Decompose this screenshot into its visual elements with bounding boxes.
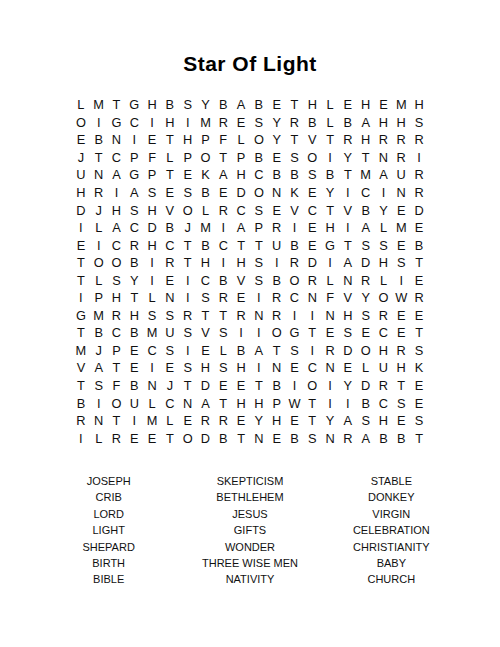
grid-cell: I (286, 377, 304, 395)
grid-cell: R (303, 271, 321, 289)
grid-cell: L (197, 201, 215, 219)
grid-cell: R (161, 254, 179, 272)
grid-cell: L (214, 342, 232, 360)
grid-cell: T (250, 377, 268, 395)
grid-cell: E (72, 236, 90, 254)
grid-cell: I (410, 149, 428, 167)
grid-cell: A (108, 166, 126, 184)
grid-cell: A (339, 412, 357, 430)
grid-cell: R (410, 184, 428, 202)
grid-cell: S (179, 324, 197, 342)
word-list-item: THREE WISE MEN (179, 555, 320, 571)
word-list-item: WONDER (179, 539, 320, 555)
grid-cell: L (72, 96, 90, 114)
grid-cell: R (72, 412, 90, 430)
word-list-item: CHRISTIANITY (321, 539, 462, 555)
word-list-item: BIBLE (38, 571, 179, 587)
grid-cell: T (410, 324, 428, 342)
grid-cell: E (410, 307, 428, 325)
grid-cell: I (339, 219, 357, 237)
grid-cell: A (197, 394, 215, 412)
grid-cell: T (108, 412, 126, 430)
grid-cell: M (392, 219, 410, 237)
word-list: JOSEPHCRIBLORDLIGHTSHEPARDBIRTHBIBLESKEP… (38, 473, 462, 588)
grid-cell: T (214, 307, 232, 325)
grid-cell: T (410, 429, 428, 447)
grid-cell: E (303, 219, 321, 237)
grid-cell: L (321, 271, 339, 289)
grid-cell: E (232, 377, 250, 395)
grid-cell: E (286, 359, 304, 377)
grid-cell: I (286, 219, 304, 237)
grid-cell: O (90, 254, 108, 272)
grid-cell: T (286, 96, 304, 114)
grid-cell: S (214, 359, 232, 377)
grid-cell: S (179, 96, 197, 114)
grid-cell: T (321, 201, 339, 219)
grid-cell: I (125, 412, 143, 430)
grid-cell: T (286, 131, 304, 149)
grid-cell: G (125, 166, 143, 184)
grid-cell: R (268, 307, 286, 325)
grid-cell: T (410, 254, 428, 272)
grid-cell: D (197, 429, 215, 447)
grid-cell: I (321, 377, 339, 395)
grid-cell: B (72, 394, 90, 412)
grid-cell: H (108, 289, 126, 307)
grid-cell: O (250, 184, 268, 202)
word-search-page: Star Of Light LMTGHBSYBABETHLEHEMHOIGCIH… (0, 0, 500, 647)
grid-cell: C (375, 324, 393, 342)
grid-cell: S (197, 289, 215, 307)
grid-cell: P (232, 149, 250, 167)
grid-cell: I (90, 394, 108, 412)
grid-cell: E (161, 359, 179, 377)
word-list-column: JOSEPHCRIBLORDLIGHTSHEPARDBIRTHBIBLE (38, 473, 179, 588)
grid-cell: G (108, 114, 126, 132)
grid-cell: F (214, 131, 232, 149)
grid-cell: N (321, 307, 339, 325)
grid-cell: A (125, 184, 143, 202)
grid-cell: E (125, 359, 143, 377)
grid-cell: F (321, 289, 339, 307)
grid-cell: E (268, 201, 286, 219)
grid-cell: R (268, 289, 286, 307)
grid-cell: B (286, 166, 304, 184)
grid-cell: B (125, 377, 143, 395)
grid-cell: I (90, 236, 108, 254)
grid-cell: C (232, 201, 250, 219)
grid-cell: D (410, 201, 428, 219)
grid-cell: B (303, 114, 321, 132)
grid-cell: T (232, 429, 250, 447)
grid-cell: T (232, 236, 250, 254)
grid-cell: O (197, 149, 215, 167)
grid-cell: R (321, 342, 339, 360)
grid-cell: B (268, 166, 286, 184)
grid-cell: C (303, 359, 321, 377)
grid-cell: F (143, 149, 161, 167)
grid-cell: O (108, 254, 126, 272)
word-list-item: NATIVITY (179, 571, 320, 587)
grid-cell: B (321, 166, 339, 184)
grid-cell: T (108, 359, 126, 377)
grid-cell: R (108, 307, 126, 325)
grid-cell: H (375, 342, 393, 360)
grid-cell: R (339, 131, 357, 149)
grid-cell: E (125, 342, 143, 360)
grid-cell: L (161, 149, 179, 167)
grid-cell: D (303, 254, 321, 272)
grid-cell: T (161, 131, 179, 149)
grid-cell: L (90, 219, 108, 237)
grid-cell: I (179, 289, 197, 307)
grid-cell: L (161, 412, 179, 430)
grid-cell: O (250, 131, 268, 149)
grid-cell: S (250, 201, 268, 219)
grid-cell: T (179, 377, 197, 395)
grid-cell: Y (321, 184, 339, 202)
grid-cell: N (321, 359, 339, 377)
grid-cell: S (214, 324, 232, 342)
grid-cell: S (410, 114, 428, 132)
grid-cell: R (214, 114, 232, 132)
grid-cell: R (410, 131, 428, 149)
grid-cell: R (90, 184, 108, 202)
grid-cell: B (125, 324, 143, 342)
grid-cell: R (214, 289, 232, 307)
grid-cell: H (143, 201, 161, 219)
grid-cell: A (250, 342, 268, 360)
grid-cell: E (392, 412, 410, 430)
grid-cell: E (232, 412, 250, 430)
grid-cell: T (72, 271, 90, 289)
grid-cell: E (392, 236, 410, 254)
grid-cell: N (161, 289, 179, 307)
grid-cell: R (375, 377, 393, 395)
grid-cell: H (232, 166, 250, 184)
word-list-item: CRIB (38, 489, 179, 505)
grid-cell: R (286, 114, 304, 132)
grid-cell: T (250, 236, 268, 254)
grid-cell: I (72, 219, 90, 237)
grid-cell: M (197, 114, 215, 132)
grid-cell: C (197, 271, 215, 289)
word-list-column: STABLEDONKEYVIRGINCELEBRATIONCHRISTIANIT… (321, 473, 462, 588)
word-list-item: SHEPARD (38, 539, 179, 555)
word-list-item: JOSEPH (38, 473, 179, 489)
word-list-item: LIGHT (38, 522, 179, 538)
grid-cell: S (125, 201, 143, 219)
grid-cell: B (214, 96, 232, 114)
grid-cell: D (143, 219, 161, 237)
grid-cell: B (161, 96, 179, 114)
grid-cell: Y (357, 289, 375, 307)
grid-cell: B (214, 429, 232, 447)
grid-cell: E (232, 289, 250, 307)
grid-cell: C (286, 289, 304, 307)
grid-cell: H (375, 254, 393, 272)
grid-cell: N (250, 307, 268, 325)
grid-cell: N (268, 359, 286, 377)
grid-cell: A (357, 114, 375, 132)
grid-cell: C (143, 342, 161, 360)
grid-cell: E (303, 184, 321, 202)
grid-cell: I (250, 324, 268, 342)
grid-cell: L (90, 271, 108, 289)
grid-cell: C (125, 219, 143, 237)
grid-cell: E (321, 324, 339, 342)
grid-cell: B (90, 324, 108, 342)
grid-cell: S (410, 342, 428, 360)
grid-cell: P (125, 149, 143, 167)
puzzle-title: Star Of Light (0, 0, 500, 77)
grid-cell: T (303, 412, 321, 430)
grid-cell: U (72, 166, 90, 184)
grid-cell: J (72, 149, 90, 167)
grid-cell: T (72, 324, 90, 342)
grid-cell: C (108, 149, 126, 167)
grid-cell: C (108, 236, 126, 254)
grid-cell: M (90, 307, 108, 325)
grid-cell: Y (321, 412, 339, 430)
grid-cell: O (268, 324, 286, 342)
grid-cell: M (392, 96, 410, 114)
grid-cell: T (108, 96, 126, 114)
grid-cell: I (143, 359, 161, 377)
grid-cell: M (197, 219, 215, 237)
grid-cell: E (410, 219, 428, 237)
grid-cell: R (179, 307, 197, 325)
letter-grid: LMTGHBSYBABETHLEHEMHOIGCIHIMRESYRBLBAHHS… (72, 96, 428, 447)
grid-cell: B (375, 429, 393, 447)
grid-cell: R (392, 342, 410, 360)
grid-cell: O (72, 114, 90, 132)
grid-cell: T (392, 377, 410, 395)
grid-cell: S (179, 184, 197, 202)
grid-cell: C (357, 184, 375, 202)
grid-cell: E (392, 324, 410, 342)
grid-cell: R (357, 271, 375, 289)
grid-cell: O (286, 271, 304, 289)
grid-cell: T (90, 149, 108, 167)
grid-cell: D (357, 254, 375, 272)
grid-cell: R (410, 166, 428, 184)
grid-cell: G (125, 96, 143, 114)
word-list-item: SKEPTICISM (179, 473, 320, 489)
grid-cell: O (375, 289, 393, 307)
grid-cell: R (339, 429, 357, 447)
grid-cell: J (90, 201, 108, 219)
grid-cell: H (250, 394, 268, 412)
grid-cell: T (339, 236, 357, 254)
grid-cell: E (410, 377, 428, 395)
grid-cell: H (232, 254, 250, 272)
grid-cell: O (303, 377, 321, 395)
word-list-item: LORD (38, 506, 179, 522)
grid-cell: T (214, 149, 232, 167)
grid-cell: I (179, 271, 197, 289)
grid-cell: N (339, 271, 357, 289)
grid-cell: S (143, 307, 161, 325)
grid-cell: E (410, 271, 428, 289)
grid-cell: V (303, 131, 321, 149)
word-list-item: JESUS (179, 506, 320, 522)
word-list-item: BETHLEHEM (179, 489, 320, 505)
grid-cell: S (357, 307, 375, 325)
grid-cell: F (108, 377, 126, 395)
grid-cell: S (375, 236, 393, 254)
grid-cell: A (357, 219, 375, 237)
grid-cell: E (232, 114, 250, 132)
grid-cell: S (179, 359, 197, 377)
grid-cell: T (339, 166, 357, 184)
grid-cell: N (392, 184, 410, 202)
grid-cell: I (339, 184, 357, 202)
grid-cell: E (161, 271, 179, 289)
grid-cell: V (286, 201, 304, 219)
grid-cell: A (339, 254, 357, 272)
grid-cell: N (90, 166, 108, 184)
grid-cell: I (179, 342, 197, 360)
grid-cell: P (268, 394, 286, 412)
grid-cell: S (392, 394, 410, 412)
grid-cell: R (375, 307, 393, 325)
grid-cell: S (410, 412, 428, 430)
grid-cell: A (375, 166, 393, 184)
grid-cell: A (108, 219, 126, 237)
grid-cell: S (250, 271, 268, 289)
grid-cell: A (357, 429, 375, 447)
grid-cell: E (143, 429, 161, 447)
grid-cell: E (339, 359, 357, 377)
grid-cell: I (321, 254, 339, 272)
grid-cell: T (72, 254, 90, 272)
grid-cell: I (392, 271, 410, 289)
grid-cell: B (392, 429, 410, 447)
grid-cell: I (72, 429, 90, 447)
grid-cell: H (232, 359, 250, 377)
grid-cell: N (375, 149, 393, 167)
grid-cell: C (161, 236, 179, 254)
grid-cell: E (143, 131, 161, 149)
grid-cell: P (143, 166, 161, 184)
grid-cell: H (339, 307, 357, 325)
grid-cell: B (232, 342, 250, 360)
grid-cell: I (214, 254, 232, 272)
grid-cell: S (339, 324, 357, 342)
grid-cell: T (179, 254, 197, 272)
grid-cell: I (286, 307, 304, 325)
grid-cell: L (375, 271, 393, 289)
word-list-item: BIRTH (38, 555, 179, 571)
grid-cell: V (339, 201, 357, 219)
grid-cell: S (108, 271, 126, 289)
word-list-item: STABLE (321, 473, 462, 489)
grid-cell: L (357, 359, 375, 377)
grid-cell: S (90, 377, 108, 395)
grid-cell: B (339, 114, 357, 132)
grid-cell: N (321, 429, 339, 447)
grid-cell: U (125, 394, 143, 412)
grid-cell: L (321, 96, 339, 114)
grid-cell: B (250, 149, 268, 167)
grid-cell: E (125, 429, 143, 447)
grid-cell: H (357, 96, 375, 114)
word-list-item: CELEBRATION (321, 522, 462, 538)
grid-cell: B (125, 254, 143, 272)
grid-cell: E (268, 96, 286, 114)
grid-cell: T (214, 394, 232, 412)
grid-cell: I (339, 394, 357, 412)
grid-cell: J (161, 377, 179, 395)
grid-cell: D (197, 377, 215, 395)
grid-cell: U (268, 236, 286, 254)
grid-cell: H (197, 254, 215, 272)
grid-cell: H (410, 96, 428, 114)
grid-cell: R (392, 149, 410, 167)
grid-cell: D (357, 377, 375, 395)
grid-cell: B (410, 236, 428, 254)
grid-cell: Y (125, 271, 143, 289)
grid-cell: O (179, 429, 197, 447)
grid-cell: L (143, 394, 161, 412)
grid-cell: V (339, 289, 357, 307)
grid-cell: H (143, 96, 161, 114)
grid-cell: E (357, 324, 375, 342)
grid-cell: E (410, 394, 428, 412)
grid-cell: C (375, 394, 393, 412)
grid-cell: G (286, 324, 304, 342)
grid-cell: H (179, 131, 197, 149)
grid-cell: O (303, 149, 321, 167)
grid-cell: S (303, 166, 321, 184)
grid-cell: N (268, 184, 286, 202)
grid-cell: H (392, 359, 410, 377)
grid-cell: Y (375, 201, 393, 219)
grid-cell: T (197, 307, 215, 325)
grid-cell: K (197, 166, 215, 184)
grid-cell: W (392, 289, 410, 307)
grid-cell: H (232, 394, 250, 412)
grid-cell: W (286, 394, 304, 412)
grid-cell: V (72, 359, 90, 377)
grid-cell: R (108, 429, 126, 447)
grid-cell: E (286, 412, 304, 430)
grid-cell: E (339, 96, 357, 114)
grid-cell: T (125, 289, 143, 307)
grid-cell: C (108, 324, 126, 342)
grid-cell: L (90, 429, 108, 447)
grid-cell: I (375, 184, 393, 202)
grid-cell: E (268, 149, 286, 167)
grid-cell: E (161, 184, 179, 202)
grid-cell: I (268, 254, 286, 272)
grid-cell: R (268, 219, 286, 237)
grid-cell: M (72, 342, 90, 360)
grid-cell: N (179, 394, 197, 412)
grid-cell: T (161, 166, 179, 184)
grid-cell: J (90, 342, 108, 360)
grid-cell: N (143, 377, 161, 395)
grid-cell: B (197, 184, 215, 202)
grid-cell: P (197, 131, 215, 149)
grid-cell: B (286, 429, 304, 447)
grid-cell: D (232, 184, 250, 202)
grid-cell: R (125, 236, 143, 254)
grid-cell: O (357, 342, 375, 360)
grid-cell: O (108, 394, 126, 412)
